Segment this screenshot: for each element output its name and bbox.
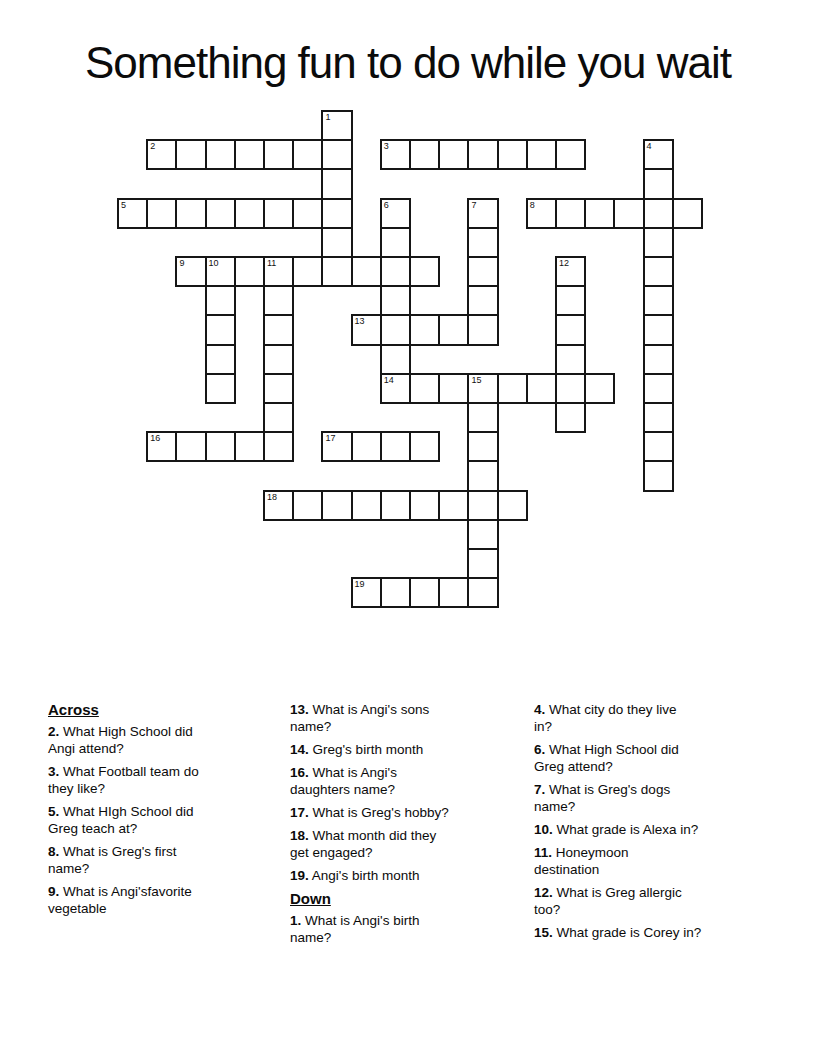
grid-cell-r1c6[interactable] [292,139,323,170]
clue-text: What Football team do they like? [48,764,199,796]
grid-cell-r13c9[interactable] [380,490,411,521]
grid-cell-r6c12[interactable] [467,285,498,316]
grid-cell-r5c3[interactable]: 10 [205,256,236,287]
clue-text: Angi's birth month [309,868,420,883]
clue-number: 15. [534,925,553,940]
across-heading: Across [48,701,286,718]
grid-cell-r9c12[interactable]: 15 [467,373,498,404]
cell-number-10: 10 [209,258,219,268]
clue-column-2: 13. What is Angi's sons name?14. Greg's … [290,701,528,952]
grid-cell-r12c18[interactable] [643,460,674,491]
grid-cell-r7c8[interactable]: 13 [351,314,382,345]
grid-cell-r13c8[interactable] [351,490,382,521]
grid-cell-r3c7[interactable] [321,198,352,229]
clue-number: 6. [534,742,545,757]
grid-cell-r3c16[interactable] [584,198,615,229]
clue-text: What is Angi's birth name? [290,913,419,945]
grid-cell-r7c5[interactable] [263,314,294,345]
grid-cell-r3c1[interactable] [146,198,177,229]
clue-5: 5. What HIgh School did Greg teach at? [48,803,286,837]
grid-cell-r10c18[interactable] [643,402,674,433]
clue-number: 18. [290,828,309,843]
grid-cell-r11c8[interactable] [351,431,382,462]
grid-cell-r16c8[interactable]: 19 [351,577,382,608]
grid-cell-r10c15[interactable] [555,402,586,433]
cell-number-13: 13 [355,316,365,326]
clue-6: 6. What High School did Greg attend? [534,741,780,775]
grid-cell-r1c12[interactable] [467,139,498,170]
clue-number: 13. [290,702,309,717]
grid-cell-r0c7[interactable]: 1 [321,110,352,141]
grid-cell-r13c5[interactable]: 18 [263,490,294,521]
cell-number-2: 2 [150,141,155,151]
grid-cell-r5c15[interactable]: 12 [555,256,586,287]
grid-cell-r16c10[interactable] [409,577,440,608]
grid-cell-r4c18[interactable] [643,227,674,258]
grid-cell-r11c1[interactable]: 16 [146,431,177,462]
grid-cell-r13c11[interactable] [438,490,469,521]
grid-cell-r5c2[interactable]: 9 [175,256,206,287]
clue-2: 2. What High School did Angi attend? [48,723,286,757]
grid-cell-r8c15[interactable] [555,344,586,375]
grid-cell-r16c9[interactable] [380,577,411,608]
grid-cell-r3c0[interactable]: 5 [117,198,148,229]
grid-cell-r5c5[interactable]: 11 [263,256,294,287]
clue-number: 11. [534,845,552,860]
clue-text: What grade is Alexa in? [553,822,699,837]
grid-cell-r3c3[interactable] [205,198,236,229]
grid-cell-r1c11[interactable] [438,139,469,170]
grid-cell-r6c5[interactable] [263,285,294,316]
grid-cell-r7c9[interactable] [380,314,411,345]
grid-cell-r6c18[interactable] [643,285,674,316]
grid-cell-r12c12[interactable] [467,460,498,491]
clue-number: 8. [48,844,59,859]
grid-cell-r10c5[interactable] [263,402,294,433]
clue-number: 19. [290,868,309,883]
clue-number: 5. [48,804,59,819]
grid-cell-r7c10[interactable] [409,314,440,345]
cell-number-8: 8 [530,200,535,210]
grid-cell-r5c8[interactable] [351,256,382,287]
grid-cell-r13c13[interactable] [497,490,528,521]
grid-cell-r16c12[interactable] [467,577,498,608]
grid-cell-r5c18[interactable] [643,256,674,287]
grid-cell-r5c12[interactable] [467,256,498,287]
grid-cell-r4c12[interactable] [467,227,498,258]
grid-cell-r1c14[interactable] [526,139,557,170]
grid-cell-r1c13[interactable] [497,139,528,170]
clue-text: What is Greg's first name? [48,844,177,876]
clue-number: 16. [290,765,309,780]
clue-7: 7. What is Greg's dogs name? [534,781,780,815]
clue-number: 2. [48,724,59,739]
grid-cell-r11c4[interactable] [234,431,265,462]
grid-cell-r11c7[interactable]: 17 [321,431,352,462]
clue-number: 14. [290,742,309,757]
grid-cell-r9c18[interactable] [643,373,674,404]
cell-number-11: 11 [267,258,276,268]
grid-cell-r13c10[interactable] [409,490,440,521]
grid-cell-r1c9[interactable]: 3 [380,139,411,170]
puzzle-title: Something fun to do while you wait [0,41,816,85]
grid-cell-r11c2[interactable] [175,431,206,462]
grid-cell-r9c14[interactable] [526,373,557,404]
grid-cell-r3c17[interactable] [613,198,644,229]
grid-cell-r1c1[interactable]: 2 [146,139,177,170]
grid-cell-r9c16[interactable] [584,373,615,404]
grid-cell-r11c3[interactable] [205,431,236,462]
clue-15: 15. What grade is Corey in? [534,924,780,941]
grid-cell-r3c9[interactable]: 6 [380,198,411,229]
cell-number-3: 3 [384,141,389,151]
grid-cell-r7c12[interactable] [467,314,498,345]
clue-text: What High School did Greg attend? [534,742,679,774]
clue-text: What HIgh School did Greg teach at? [48,804,194,836]
grid-cell-r14c12[interactable] [467,519,498,550]
grid-cell-r11c9[interactable] [380,431,411,462]
cell-number-18: 18 [267,492,277,502]
grid-cell-r3c5[interactable] [263,198,294,229]
grid-cell-r3c18[interactable] [643,198,674,229]
grid-cell-r6c3[interactable] [205,285,236,316]
clue-13: 13. What is Angi's sons name? [290,701,528,735]
clue-number: 1. [290,913,301,928]
clue-16: 16. What is Angi's daughters name? [290,764,528,798]
crossword-grid: 12345678910111213141516171819 [117,110,705,610]
grid-cell-r3c15[interactable] [555,198,586,229]
grid-cell-r13c6[interactable] [292,490,323,521]
clue-17: 17. What is Greg's hobby? [290,804,528,821]
clue-number: 9. [48,884,59,899]
grid-cell-r5c9[interactable] [380,256,411,287]
grid-cell-r4c9[interactable] [380,227,411,258]
cell-number-1: 1 [325,112,330,122]
grid-cell-r7c3[interactable] [205,314,236,345]
clue-1: 1. What is Angi's birth name? [290,912,528,946]
grid-cell-r7c11[interactable] [438,314,469,345]
clue-number: 4. [534,702,545,717]
grid-cell-r2c18[interactable] [643,168,674,199]
grid-cell-r1c3[interactable] [205,139,236,170]
grid-cell-r5c7[interactable] [321,256,352,287]
grid-cell-r11c18[interactable] [643,431,674,462]
grid-cell-r4c7[interactable] [321,227,352,258]
grid-cell-r9c3[interactable] [205,373,236,404]
grid-cell-r1c4[interactable] [234,139,265,170]
clue-18: 18. What month did they get engaged? [290,827,528,861]
grid-cell-r1c7[interactable] [321,139,352,170]
grid-cell-r8c3[interactable] [205,344,236,375]
clue-number: 10. [534,822,553,837]
grid-cell-r9c13[interactable] [497,373,528,404]
grid-cell-r3c4[interactable] [234,198,265,229]
grid-cell-r11c5[interactable] [263,431,294,462]
cell-number-9: 9 [179,258,184,268]
grid-cell-r9c10[interactable] [409,373,440,404]
clue-number: 7. [534,782,545,797]
grid-cell-r5c6[interactable] [292,256,323,287]
grid-cell-r9c11[interactable] [438,373,469,404]
grid-cell-r3c6[interactable] [292,198,323,229]
grid-cell-r1c18[interactable]: 4 [643,139,674,170]
clue-number: 3. [48,764,59,779]
grid-cell-r8c18[interactable] [643,344,674,375]
clue-text: What is Greg allergic too? [534,885,682,917]
grid-cell-r1c5[interactable] [263,139,294,170]
clue-column-1: Across2. What High School did Angi atten… [48,701,286,923]
cell-number-4: 4 [647,141,652,151]
clue-text: What grade is Corey in? [553,925,702,940]
cell-number-12: 12 [559,258,569,268]
grid-cell-r13c7[interactable] [321,490,352,521]
clue-10: 10. What grade is Alexa in? [534,821,780,838]
grid-cell-r1c15[interactable] [555,139,586,170]
clue-text: Greg's birth month [309,742,423,757]
clue-text: What is Angi'sfavorite vegetable [48,884,192,916]
clue-19: 19. Angi's birth month [290,867,528,884]
grid-cell-r3c12[interactable]: 7 [467,198,498,229]
grid-cell-r9c15[interactable] [555,373,586,404]
clue-column-3: 4. What city do they live in?6. What Hig… [534,701,780,947]
grid-cell-r9c5[interactable] [263,373,294,404]
clue-12: 12. What is Greg allergic too? [534,884,780,918]
grid-cell-r3c19[interactable] [672,198,703,229]
clue-number: 17. [290,805,309,820]
grid-cell-r5c10[interactable] [409,256,440,287]
cell-number-16: 16 [150,433,160,443]
cell-number-15: 15 [471,375,481,385]
grid-cell-r2c7[interactable] [321,168,352,199]
clue-9: 9. What is Angi'sfavorite vegetable [48,883,286,917]
clue-number: 12. [534,885,553,900]
clue-11: 11. Honeymoon destination [534,844,780,878]
clue-text: What is Angi's sons name? [290,702,429,734]
grid-cell-r11c10[interactable] [409,431,440,462]
cell-number-19: 19 [355,579,365,589]
grid-cell-r8c9[interactable] [380,344,411,375]
cell-number-6: 6 [384,200,389,210]
grid-cell-r1c2[interactable] [175,139,206,170]
grid-cell-r7c15[interactable] [555,314,586,345]
cell-number-14: 14 [384,375,394,385]
grid-cell-r13c12[interactable] [467,490,498,521]
clue-3: 3. What Football team do they like? [48,763,286,797]
grid-cell-r3c2[interactable] [175,198,206,229]
grid-cell-r7c18[interactable] [643,314,674,345]
clue-8: 8. What is Greg's first name? [48,843,286,877]
grid-cell-r10c12[interactable] [467,402,498,433]
clue-text: What city do they live in? [534,702,677,734]
grid-cell-r15c12[interactable] [467,548,498,579]
clue-text: What High School did Angi attend? [48,724,193,756]
grid-cell-r8c5[interactable] [263,344,294,375]
clue-4: 4. What city do they live in? [534,701,780,735]
clue-text: What is Greg's hobby? [309,805,449,820]
clue-14: 14. Greg's birth month [290,741,528,758]
grid-cell-r16c11[interactable] [438,577,469,608]
grid-cell-r1c10[interactable] [409,139,440,170]
clue-text: What month did they get engaged? [290,828,436,860]
grid-cell-r5c4[interactable] [234,256,265,287]
grid-cell-r3c14[interactable]: 8 [526,198,557,229]
down-heading: Down [290,890,528,907]
grid-cell-r9c9[interactable]: 14 [380,373,411,404]
clue-text: What is Greg's dogs name? [534,782,670,814]
cell-number-7: 7 [471,200,476,210]
grid-cell-r6c9[interactable] [380,285,411,316]
cell-number-5: 5 [121,200,126,210]
cell-number-17: 17 [325,433,335,443]
grid-cell-r11c12[interactable] [467,431,498,462]
grid-cell-r6c15[interactable] [555,285,586,316]
